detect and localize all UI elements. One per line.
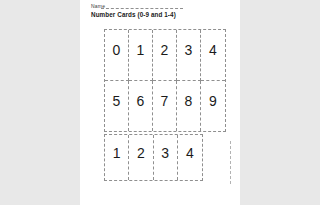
card-digit: 1	[137, 43, 145, 57]
card-digit: 4	[209, 43, 217, 57]
rotated-fine-print-line	[230, 141, 231, 184]
number-card-1: 1	[105, 135, 129, 180]
worksheet-title: Number Cards (0-9 and 1-4)	[91, 11, 176, 19]
number-card-6: 6	[129, 81, 153, 132]
number-card-5: 5	[105, 81, 129, 132]
number-cards-grid-0-9: 0123456789	[104, 29, 226, 132]
card-digit: 4	[186, 146, 194, 160]
number-card-8: 8	[177, 81, 201, 132]
number-card-0: 0	[105, 30, 129, 81]
card-digit: 2	[161, 43, 169, 57]
card-digit: 1	[113, 146, 121, 160]
card-digit: 3	[185, 43, 193, 57]
card-digit: 8	[185, 94, 193, 108]
card-digit: 6	[137, 94, 145, 108]
card-digit: 5	[113, 94, 121, 108]
number-card-4: 4	[201, 30, 225, 81]
card-digit: 7	[161, 94, 169, 108]
number-card-4: 4	[178, 135, 202, 180]
card-digit: 0	[113, 43, 121, 57]
worksheet-page: Name Number Cards (0-9 and 1-4) 01234567…	[80, 0, 240, 205]
number-card-9: 9	[201, 81, 225, 132]
number-card-7: 7	[153, 81, 177, 132]
number-card-2: 2	[153, 30, 177, 81]
number-cards-grid-1-4: 1234	[104, 134, 203, 181]
number-card-1: 1	[129, 30, 153, 81]
card-digit: 2	[137, 146, 145, 160]
card-digit: 3	[161, 146, 169, 160]
number-card-2: 2	[129, 135, 153, 180]
number-card-3: 3	[154, 135, 178, 180]
card-digit: 9	[209, 94, 217, 108]
name-blank-line	[101, 2, 183, 9]
number-card-3: 3	[177, 30, 201, 81]
